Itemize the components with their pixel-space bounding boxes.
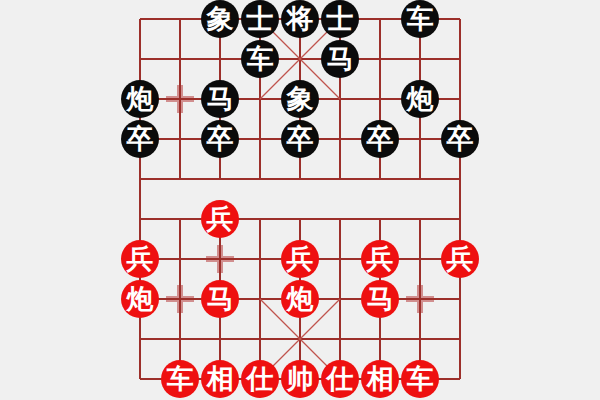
piece-red-advisor[interactable]: 仕 bbox=[241, 360, 279, 398]
piece-red-horse[interactable]: 马 bbox=[361, 280, 399, 318]
piece-black-soldier[interactable]: 卒 bbox=[121, 120, 159, 158]
point-mark-corner bbox=[206, 260, 219, 273]
point-mark-corner bbox=[166, 100, 179, 113]
piece-red-soldier[interactable]: 兵 bbox=[441, 240, 479, 278]
piece-red-chariot[interactable]: 车 bbox=[161, 360, 199, 398]
piece-black-horse[interactable]: 马 bbox=[201, 80, 239, 118]
point-mark-corner bbox=[221, 245, 234, 258]
piece-red-elephant[interactable]: 相 bbox=[361, 360, 399, 398]
point-mark-corner bbox=[166, 85, 179, 98]
piece-black-soldier[interactable]: 卒 bbox=[441, 120, 479, 158]
xiangqi-board: 象士将士车车马炮马象炮卒卒卒卒卒兵兵兵兵兵炮马炮马车相仕帅仕相车 bbox=[120, 0, 480, 399]
piece-black-chariot[interactable]: 车 bbox=[241, 40, 279, 78]
point-mark-corner bbox=[421, 285, 434, 298]
piece-black-soldier[interactable]: 卒 bbox=[361, 120, 399, 158]
point-mark-corner bbox=[421, 300, 434, 313]
piece-black-advisor[interactable]: 士 bbox=[321, 0, 359, 38]
piece-black-cannon[interactable]: 炮 bbox=[121, 80, 159, 118]
piece-black-soldier[interactable]: 卒 bbox=[201, 120, 239, 158]
point-mark-corner bbox=[166, 300, 179, 313]
point-mark bbox=[166, 285, 194, 313]
piece-red-cannon[interactable]: 炮 bbox=[281, 280, 319, 318]
point-mark bbox=[166, 85, 194, 113]
piece-red-advisor[interactable]: 仕 bbox=[321, 360, 359, 398]
piece-red-elephant[interactable]: 相 bbox=[201, 360, 239, 398]
point-mark-corner bbox=[181, 100, 194, 113]
point-mark-corner bbox=[166, 285, 179, 298]
point-mark-corner bbox=[406, 300, 419, 313]
piece-black-general[interactable]: 将 bbox=[281, 0, 319, 38]
point-mark-corner bbox=[181, 85, 194, 98]
piece-black-soldier[interactable]: 卒 bbox=[281, 120, 319, 158]
piece-red-soldier[interactable]: 兵 bbox=[121, 240, 159, 278]
piece-red-horse[interactable]: 马 bbox=[201, 280, 239, 318]
piece-black-elephant[interactable]: 象 bbox=[201, 0, 239, 38]
piece-red-general[interactable]: 帅 bbox=[281, 360, 319, 398]
piece-red-soldier[interactable]: 兵 bbox=[281, 240, 319, 278]
point-mark-corner bbox=[206, 245, 219, 258]
point-mark bbox=[406, 285, 434, 313]
piece-black-cannon[interactable]: 炮 bbox=[401, 80, 439, 118]
piece-black-horse[interactable]: 马 bbox=[321, 40, 359, 78]
piece-red-chariot[interactable]: 车 bbox=[401, 360, 439, 398]
point-mark-corner bbox=[221, 260, 234, 273]
point-mark bbox=[206, 245, 234, 273]
point-mark-corner bbox=[181, 300, 194, 313]
xiangqi-board-screenshot: 象士将士车车马炮马象炮卒卒卒卒卒兵兵兵兵兵炮马炮马车相仕帅仕相车 bbox=[0, 0, 600, 400]
piece-black-advisor[interactable]: 士 bbox=[241, 0, 279, 38]
point-mark-corner bbox=[406, 285, 419, 298]
piece-black-chariot[interactable]: 车 bbox=[401, 0, 439, 38]
piece-red-soldier[interactable]: 兵 bbox=[201, 200, 239, 238]
piece-black-elephant[interactable]: 象 bbox=[281, 80, 319, 118]
point-mark-corner bbox=[181, 285, 194, 298]
piece-red-soldier[interactable]: 兵 bbox=[361, 240, 399, 278]
piece-red-cannon[interactable]: 炮 bbox=[121, 280, 159, 318]
